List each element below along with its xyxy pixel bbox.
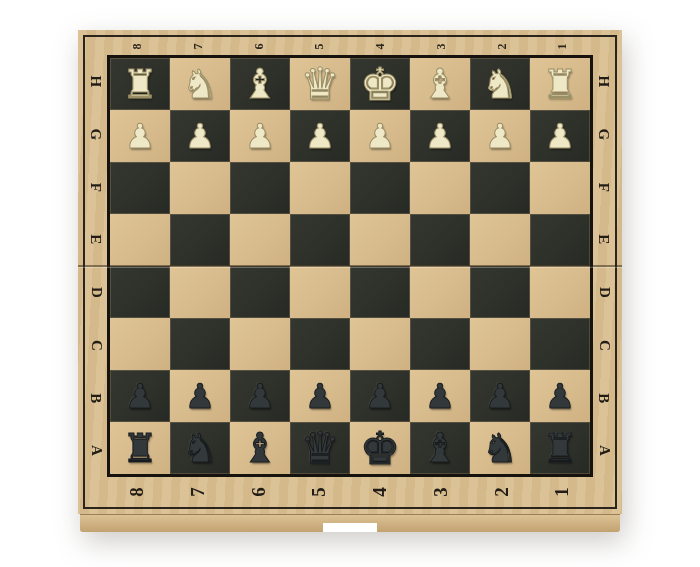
board-side-edge [80,514,620,532]
rank-labels-bottom: 87654321 [107,477,593,507]
square-h4[interactable]: ♚ [350,58,410,110]
square-f6[interactable] [230,162,290,214]
square-f8[interactable] [110,162,170,214]
square-f2[interactable] [470,162,530,214]
square-h5[interactable]: ♛ [290,58,350,110]
square-g4[interactable]: ♟ [350,110,410,162]
piece-black-knight[interactable]: ♞ [182,428,218,468]
piece-black-rook[interactable]: ♜ [542,428,578,468]
piece-black-queen[interactable]: ♛ [300,426,339,470]
piece-white-knight[interactable]: ♞ [482,64,518,104]
square-a5[interactable]: ♛ [290,422,350,474]
latch-notch [323,523,377,532]
square-c6[interactable] [230,318,290,370]
piece-white-rook[interactable]: ♜ [122,64,158,104]
piece-white-king[interactable]: ♚ [360,62,400,107]
piece-white-pawn[interactable]: ♟ [425,119,455,153]
piece-white-queen[interactable]: ♛ [300,62,339,106]
piece-black-pawn[interactable]: ♟ [125,379,155,413]
square-c5[interactable] [290,318,350,370]
square-e7[interactable] [170,214,230,266]
frame-corner [85,477,107,507]
square-a4[interactable]: ♚ [350,422,410,474]
square-d4[interactable] [350,266,410,318]
square-c2[interactable] [470,318,530,370]
square-h8[interactable]: ♜ [110,58,170,110]
board-frame: 87654321 HGFEDCBA ♜♞♝♛♚♝♞♜♟♟♟♟♟♟♟♟♟♟♟♟♟♟… [78,30,622,514]
square-c7[interactable] [170,318,230,370]
square-b7[interactable]: ♟ [170,370,230,422]
square-d6[interactable] [230,266,290,318]
piece-black-pawn[interactable]: ♟ [545,379,575,413]
piece-black-pawn[interactable]: ♟ [245,379,275,413]
square-g6[interactable]: ♟ [230,110,290,162]
piece-white-bishop[interactable]: ♝ [242,64,279,105]
piece-white-pawn[interactable]: ♟ [545,119,575,153]
square-f4[interactable] [350,162,410,214]
file-label-c: C [578,340,631,351]
square-a7[interactable]: ♞ [170,422,230,474]
square-b5[interactable]: ♟ [290,370,350,422]
square-b8[interactable]: ♟ [110,370,170,422]
fold-seam [78,265,622,268]
square-g7[interactable]: ♟ [170,110,230,162]
square-f3[interactable] [410,162,470,214]
file-label-d: D [578,287,631,298]
square-h2[interactable]: ♞ [470,58,530,110]
square-d5[interactable] [290,266,350,318]
piece-white-pawn[interactable]: ♟ [185,119,215,153]
file-label-h: H [578,76,631,88]
square-b6[interactable]: ♟ [230,370,290,422]
square-e5[interactable] [290,214,350,266]
piece-black-pawn[interactable]: ♟ [305,379,335,413]
square-d7[interactable] [170,266,230,318]
piece-black-bishop[interactable]: ♝ [422,428,459,469]
square-a8[interactable]: ♜ [110,422,170,474]
square-h3[interactable]: ♝ [410,58,470,110]
frame-corner [593,37,615,55]
square-c4[interactable] [350,318,410,370]
piece-white-pawn[interactable]: ♟ [245,119,275,153]
square-d2[interactable] [470,266,530,318]
piece-white-bishop[interactable]: ♝ [422,64,459,105]
square-c8[interactable] [110,318,170,370]
label-frame: 87654321 HGFEDCBA ♜♞♝♛♚♝♞♜♟♟♟♟♟♟♟♟♟♟♟♟♟♟… [85,37,615,507]
frame-pinstripe: 87654321 HGFEDCBA ♜♞♝♛♚♝♞♜♟♟♟♟♟♟♟♟♟♟♟♟♟♟… [83,35,617,509]
square-e3[interactable] [410,214,470,266]
piece-white-pawn[interactable]: ♟ [485,119,515,153]
square-e2[interactable] [470,214,530,266]
square-b4[interactable]: ♟ [350,370,410,422]
square-g2[interactable]: ♟ [470,110,530,162]
chess-board-photo: 87654321 HGFEDCBA ♜♞♝♛♚♝♞♜♟♟♟♟♟♟♟♟♟♟♟♟♟♟… [78,30,622,532]
piece-black-bishop[interactable]: ♝ [242,428,279,469]
file-label-a: A [578,445,631,456]
square-f5[interactable] [290,162,350,214]
file-label-b: B [578,393,631,403]
rank-labels-top: 87654321 [107,37,593,55]
square-b3[interactable]: ♟ [410,370,470,422]
piece-white-pawn[interactable]: ♟ [125,119,155,153]
square-g3[interactable]: ♟ [410,110,470,162]
square-a3[interactable]: ♝ [410,422,470,474]
square-e8[interactable] [110,214,170,266]
square-f7[interactable] [170,162,230,214]
square-g5[interactable]: ♟ [290,110,350,162]
piece-black-pawn[interactable]: ♟ [185,379,215,413]
frame-corner [85,37,107,55]
piece-black-rook[interactable]: ♜ [122,428,158,468]
square-g8[interactable]: ♟ [110,110,170,162]
piece-black-pawn[interactable]: ♟ [485,379,515,413]
piece-white-knight[interactable]: ♞ [182,64,218,104]
piece-black-pawn[interactable]: ♟ [425,379,455,413]
square-d8[interactable] [110,266,170,318]
square-b2[interactable]: ♟ [470,370,530,422]
square-c3[interactable] [410,318,470,370]
frame-corner [593,477,615,507]
square-h7[interactable]: ♞ [170,58,230,110]
square-a2[interactable]: ♞ [470,422,530,474]
square-e6[interactable] [230,214,290,266]
square-h6[interactable]: ♝ [230,58,290,110]
piece-black-pawn[interactable]: ♟ [365,379,395,413]
square-d3[interactable] [410,266,470,318]
piece-white-pawn[interactable]: ♟ [365,119,395,153]
piece-black-king[interactable]: ♚ [360,426,400,471]
square-a6[interactable]: ♝ [230,422,290,474]
piece-black-knight[interactable]: ♞ [482,428,518,468]
piece-white-rook[interactable]: ♜ [542,64,578,104]
square-e4[interactable] [350,214,410,266]
file-label-f: F [578,182,631,191]
piece-white-pawn[interactable]: ♟ [305,119,335,153]
file-label-g: G [578,128,631,140]
file-label-e: E [578,235,631,245]
